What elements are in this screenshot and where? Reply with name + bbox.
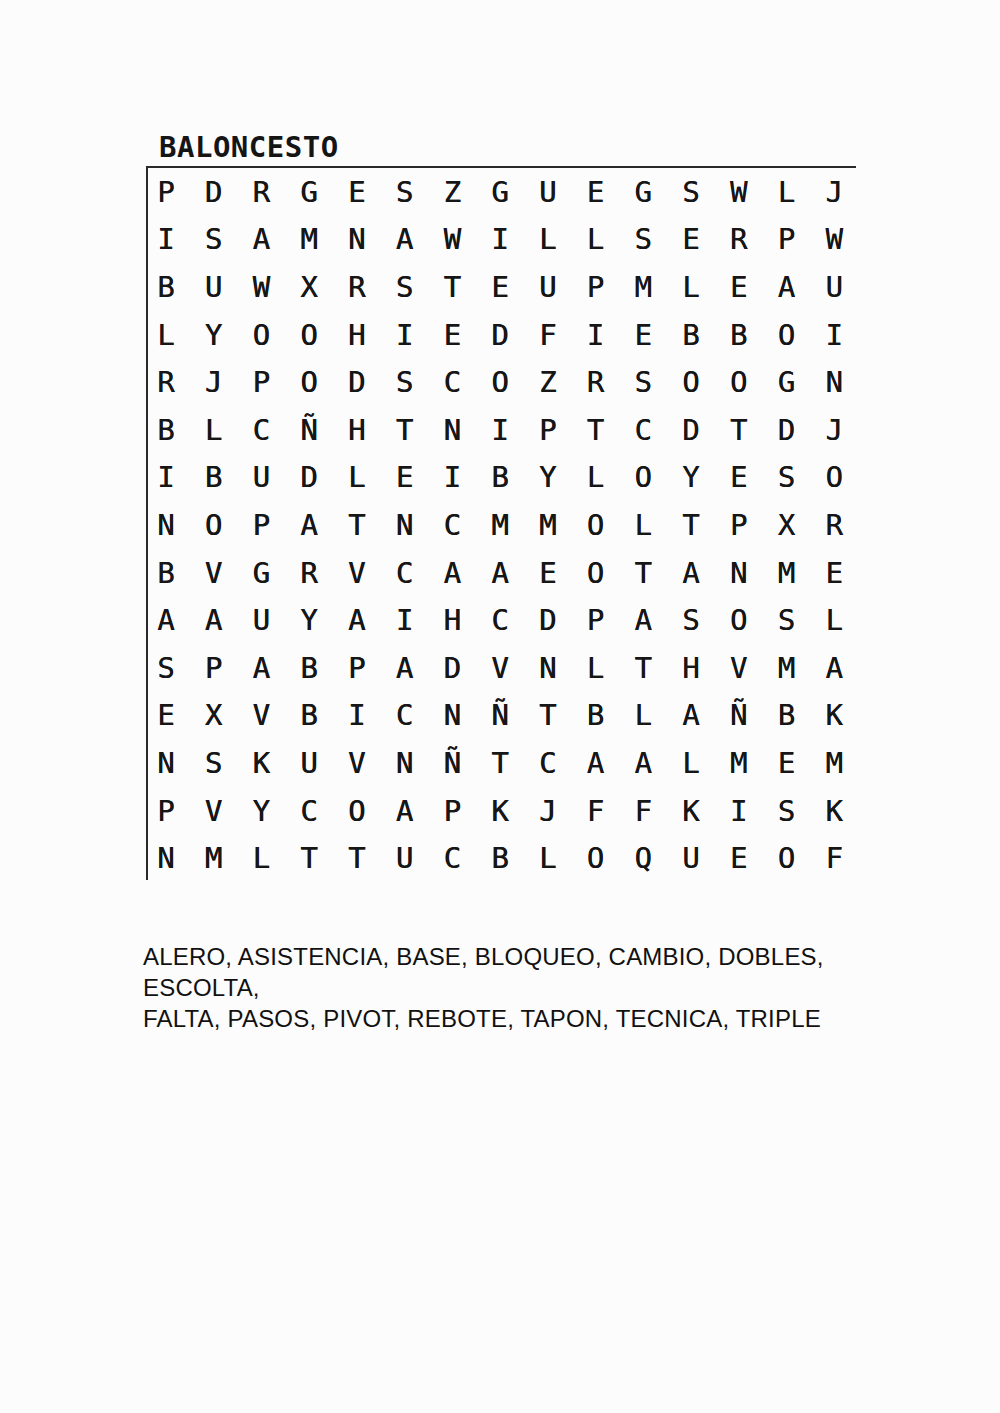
- grid-cell[interactable]: N: [142, 834, 190, 882]
- grid-cell[interactable]: H: [333, 311, 381, 359]
- grid-cell[interactable]: U: [237, 454, 285, 502]
- grid-cell[interactable]: L: [810, 596, 858, 644]
- grid-cell[interactable]: U: [190, 263, 238, 311]
- grid-cell[interactable]: R: [285, 549, 333, 597]
- grid-cell[interactable]: P: [333, 644, 381, 692]
- grid-cell[interactable]: O: [667, 358, 715, 406]
- grid-cell[interactable]: T: [572, 406, 620, 454]
- grid-cell[interactable]: D: [476, 311, 524, 359]
- grid-cell[interactable]: M: [524, 501, 572, 549]
- grid-cell[interactable]: M: [285, 216, 333, 264]
- grid-cell[interactable]: S: [667, 168, 715, 216]
- puzzle-title: BALONCESTO: [159, 130, 339, 164]
- grid-cell[interactable]: V: [190, 787, 238, 835]
- grid-cell[interactable]: L: [333, 454, 381, 502]
- grid-cell[interactable]: U: [810, 263, 858, 311]
- grid-cell[interactable]: S: [619, 216, 667, 264]
- grid-cell[interactable]: A: [667, 692, 715, 740]
- grid-cell[interactable]: T: [524, 692, 572, 740]
- grid-cell[interactable]: B: [142, 263, 190, 311]
- grid-cell[interactable]: V: [715, 644, 763, 692]
- grid-cell[interactable]: L: [619, 692, 667, 740]
- grid-cell[interactable]: T: [667, 501, 715, 549]
- grid-cell[interactable]: I: [476, 406, 524, 454]
- grid-cell[interactable]: E: [667, 216, 715, 264]
- grid-cell[interactable]: A: [237, 216, 285, 264]
- grid-cell[interactable]: O: [763, 311, 811, 359]
- grid-cell[interactable]: A: [333, 596, 381, 644]
- grid-cell[interactable]: U: [524, 168, 572, 216]
- grid-cell[interactable]: E: [333, 168, 381, 216]
- grid-cell[interactable]: I: [142, 454, 190, 502]
- grid-cell[interactable]: C: [428, 834, 476, 882]
- grid-cell[interactable]: C: [524, 739, 572, 787]
- grid-cell[interactable]: B: [285, 692, 333, 740]
- grid-cell[interactable]: G: [619, 168, 667, 216]
- grid-cell[interactable]: V: [476, 644, 524, 692]
- grid-cell[interactable]: E: [619, 311, 667, 359]
- grid-cell[interactable]: I: [381, 596, 429, 644]
- grid-cell[interactable]: D: [333, 358, 381, 406]
- grid-cell[interactable]: L: [572, 454, 620, 502]
- grid-cell[interactable]: L: [190, 406, 238, 454]
- grid-cell[interactable]: R: [572, 358, 620, 406]
- grid-cell[interactable]: S: [619, 358, 667, 406]
- grid-cell[interactable]: D: [190, 168, 238, 216]
- grid-cell[interactable]: H: [667, 644, 715, 692]
- grid-cell[interactable]: A: [237, 644, 285, 692]
- grid-cell[interactable]: E: [715, 454, 763, 502]
- grid-cell[interactable]: A: [381, 216, 429, 264]
- grid-cell[interactable]: T: [476, 739, 524, 787]
- grid-cell[interactable]: R: [715, 216, 763, 264]
- grid-cell[interactable]: U: [237, 596, 285, 644]
- grid-cell[interactable]: H: [428, 596, 476, 644]
- grid-cell[interactable]: A: [619, 739, 667, 787]
- grid-cell[interactable]: N: [381, 739, 429, 787]
- grid-cell[interactable]: W: [237, 263, 285, 311]
- grid-cell[interactable]: G: [763, 358, 811, 406]
- grid-cell[interactable]: T: [285, 834, 333, 882]
- grid-cell[interactable]: A: [667, 549, 715, 597]
- grid-cell[interactable]: O: [476, 358, 524, 406]
- grid-cell[interactable]: A: [142, 596, 190, 644]
- grid-cell[interactable]: W: [810, 216, 858, 264]
- grid-cell[interactable]: A: [190, 596, 238, 644]
- grid-cell[interactable]: B: [715, 311, 763, 359]
- grid-cell[interactable]: N: [715, 549, 763, 597]
- grid-cell[interactable]: O: [285, 311, 333, 359]
- word-list-line-2: FALTA, PASOS, PIVOT, REBOTE, TAPON, TECN…: [143, 1003, 883, 1034]
- grid-cell[interactable]: O: [572, 834, 620, 882]
- grid-cell[interactable]: I: [142, 216, 190, 264]
- grid-cell[interactable]: M: [810, 739, 858, 787]
- word-search-grid: PDRGESZGUEGSWLJISAMNAWILLSERPWBUWXRSTEUP…: [142, 168, 858, 882]
- grid-cell[interactable]: S: [763, 454, 811, 502]
- grid-cell[interactable]: D: [524, 596, 572, 644]
- grid-cell[interactable]: C: [381, 549, 429, 597]
- grid-cell[interactable]: Y: [190, 311, 238, 359]
- grid-cell[interactable]: E: [572, 168, 620, 216]
- grid-cell[interactable]: I: [428, 454, 476, 502]
- grid-cell[interactable]: K: [810, 787, 858, 835]
- grid-cell[interactable]: Y: [285, 596, 333, 644]
- grid-cell[interactable]: R: [810, 501, 858, 549]
- grid-cell[interactable]: A: [381, 644, 429, 692]
- grid-cell[interactable]: A: [428, 549, 476, 597]
- grid-cell[interactable]: U: [381, 834, 429, 882]
- grid-cell[interactable]: I: [333, 692, 381, 740]
- grid-cell[interactable]: X: [285, 263, 333, 311]
- grid-cell[interactable]: L: [524, 834, 572, 882]
- grid-cell[interactable]: J: [810, 406, 858, 454]
- grid-cell[interactable]: B: [142, 406, 190, 454]
- grid-cell[interactable]: K: [667, 787, 715, 835]
- grid-cell[interactable]: N: [381, 501, 429, 549]
- grid-cell[interactable]: U: [524, 263, 572, 311]
- grid-cell[interactable]: Ñ: [476, 692, 524, 740]
- grid-cell[interactable]: S: [381, 358, 429, 406]
- grid-cell[interactable]: N: [142, 739, 190, 787]
- grid-cell[interactable]: B: [572, 692, 620, 740]
- grid-cell[interactable]: C: [476, 596, 524, 644]
- grid-cell[interactable]: S: [667, 596, 715, 644]
- grid-cell[interactable]: P: [142, 168, 190, 216]
- grid-cell[interactable]: C: [381, 692, 429, 740]
- grid-cell[interactable]: O: [715, 596, 763, 644]
- grid-cell[interactable]: A: [476, 549, 524, 597]
- grid-cell[interactable]: N: [333, 216, 381, 264]
- grid-cell[interactable]: S: [190, 739, 238, 787]
- grid-cell[interactable]: Ñ: [428, 739, 476, 787]
- grid-cell[interactable]: T: [333, 834, 381, 882]
- grid-cell[interactable]: O: [572, 501, 620, 549]
- grid-cell[interactable]: T: [381, 406, 429, 454]
- grid-cell[interactable]: X: [190, 692, 238, 740]
- grid-cell[interactable]: D: [428, 644, 476, 692]
- grid-cell[interactable]: S: [190, 216, 238, 264]
- grid-cell[interactable]: V: [333, 739, 381, 787]
- grid-cell[interactable]: K: [810, 692, 858, 740]
- grid-cell[interactable]: F: [619, 787, 667, 835]
- grid-cell[interactable]: D: [667, 406, 715, 454]
- grid-cell[interactable]: S: [763, 596, 811, 644]
- grid-cell[interactable]: A: [572, 739, 620, 787]
- grid-cell[interactable]: X: [763, 501, 811, 549]
- grid-cell[interactable]: S: [142, 644, 190, 692]
- grid-cell[interactable]: A: [285, 501, 333, 549]
- grid-cell[interactable]: E: [476, 263, 524, 311]
- grid-cell[interactable]: A: [763, 263, 811, 311]
- grid-cell[interactable]: H: [333, 406, 381, 454]
- grid-cell[interactable]: P: [524, 406, 572, 454]
- grid-cell[interactable]: P: [572, 596, 620, 644]
- grid-cell[interactable]: P: [142, 787, 190, 835]
- grid-cell[interactable]: W: [428, 216, 476, 264]
- grid-cell[interactable]: W: [715, 168, 763, 216]
- grid-cell[interactable]: B: [763, 692, 811, 740]
- grid-cell[interactable]: K: [237, 739, 285, 787]
- grid-cell[interactable]: L: [524, 216, 572, 264]
- grid-cell[interactable]: I: [476, 216, 524, 264]
- grid-cell[interactable]: A: [810, 644, 858, 692]
- grid-cell[interactable]: L: [667, 739, 715, 787]
- grid-cell[interactable]: T: [619, 549, 667, 597]
- grid-cell[interactable]: M: [190, 834, 238, 882]
- grid-cell[interactable]: B: [476, 454, 524, 502]
- grid-cell[interactable]: M: [763, 549, 811, 597]
- grid-cell[interactable]: N: [810, 358, 858, 406]
- word-list-line-1: ALERO, ASISTENCIA, BASE, BLOQUEO, CAMBIO…: [143, 941, 883, 1003]
- grid-cell[interactable]: R: [333, 263, 381, 311]
- grid-cell[interactable]: E: [524, 549, 572, 597]
- grid-cell[interactable]: J: [810, 168, 858, 216]
- grid-cell[interactable]: B: [476, 834, 524, 882]
- grid-cell[interactable]: C: [237, 406, 285, 454]
- grid-cell[interactable]: G: [285, 168, 333, 216]
- grid-cell[interactable]: P: [237, 501, 285, 549]
- grid-cell[interactable]: V: [190, 549, 238, 597]
- grid-cell[interactable]: C: [428, 501, 476, 549]
- grid-cell[interactable]: E: [763, 739, 811, 787]
- grid-cell[interactable]: N: [142, 501, 190, 549]
- grid-cell[interactable]: L: [667, 263, 715, 311]
- grid-cell[interactable]: I: [572, 311, 620, 359]
- grid-cell[interactable]: M: [619, 263, 667, 311]
- grid-cell[interactable]: O: [619, 454, 667, 502]
- grid-cell[interactable]: E: [428, 311, 476, 359]
- grid-cell[interactable]: N: [428, 692, 476, 740]
- grid-cell[interactable]: E: [715, 834, 763, 882]
- grid-cell[interactable]: U: [667, 834, 715, 882]
- grid-cell[interactable]: A: [381, 787, 429, 835]
- grid-cell[interactable]: B: [667, 311, 715, 359]
- grid-cell[interactable]: S: [381, 168, 429, 216]
- grid-cell[interactable]: T: [619, 644, 667, 692]
- grid-cell[interactable]: T: [333, 501, 381, 549]
- grid-cell[interactable]: J: [524, 787, 572, 835]
- grid-cell[interactable]: V: [333, 549, 381, 597]
- grid-cell[interactable]: O: [285, 358, 333, 406]
- grid-cell[interactable]: M: [763, 644, 811, 692]
- grid-cell[interactable]: L: [572, 216, 620, 264]
- grid-cell[interactable]: V: [237, 692, 285, 740]
- grid-cell[interactable]: I: [810, 311, 858, 359]
- grid-cell[interactable]: N: [524, 644, 572, 692]
- grid-cell[interactable]: Y: [237, 787, 285, 835]
- grid-cell[interactable]: M: [476, 501, 524, 549]
- grid-cell[interactable]: G: [237, 549, 285, 597]
- grid-cell[interactable]: A: [619, 596, 667, 644]
- grid-cell[interactable]: U: [285, 739, 333, 787]
- grid-cell[interactable]: I: [381, 311, 429, 359]
- grid-cell[interactable]: C: [285, 787, 333, 835]
- worksheet-page: BALONCESTO PDRGESZGUEGSWLJISAMNAWILLSERP…: [0, 0, 1000, 1413]
- grid-cell[interactable]: S: [763, 787, 811, 835]
- grid-cell[interactable]: M: [715, 739, 763, 787]
- grid-cell[interactable]: O: [810, 454, 858, 502]
- grid-cell[interactable]: D: [285, 454, 333, 502]
- grid-cell[interactable]: C: [428, 358, 476, 406]
- grid-cell[interactable]: L: [142, 311, 190, 359]
- grid-cell[interactable]: L: [572, 644, 620, 692]
- grid-cell[interactable]: D: [763, 406, 811, 454]
- grid-cell[interactable]: C: [619, 406, 667, 454]
- grid-cell[interactable]: Ñ: [285, 406, 333, 454]
- grid-cell[interactable]: B: [285, 644, 333, 692]
- grid-cell[interactable]: O: [190, 501, 238, 549]
- grid-cell[interactable]: O: [333, 787, 381, 835]
- grid-cell[interactable]: Q: [619, 834, 667, 882]
- grid-cell[interactable]: T: [715, 406, 763, 454]
- grid-cell[interactable]: P: [572, 263, 620, 311]
- grid-cell[interactable]: P: [237, 358, 285, 406]
- grid-cell[interactable]: L: [237, 834, 285, 882]
- grid-cell[interactable]: L: [763, 168, 811, 216]
- grid-cell[interactable]: N: [428, 406, 476, 454]
- grid-cell[interactable]: P: [715, 501, 763, 549]
- grid-cell[interactable]: O: [763, 834, 811, 882]
- grid-cell[interactable]: Z: [524, 358, 572, 406]
- grid-cell[interactable]: F: [810, 834, 858, 882]
- grid-cell[interactable]: R: [142, 358, 190, 406]
- grid-cell[interactable]: Ñ: [715, 692, 763, 740]
- grid-cell[interactable]: L: [619, 501, 667, 549]
- grid-cell[interactable]: E: [715, 263, 763, 311]
- grid-cell[interactable]: F: [524, 311, 572, 359]
- grid-cell[interactable]: E: [810, 549, 858, 597]
- grid-cell[interactable]: J: [190, 358, 238, 406]
- grid-cell[interactable]: P: [763, 216, 811, 264]
- grid-cell[interactable]: Y: [667, 454, 715, 502]
- grid-cell[interactable]: I: [715, 787, 763, 835]
- word-list: ALERO, ASISTENCIA, BASE, BLOQUEO, CAMBIO…: [143, 941, 883, 1034]
- grid-cell[interactable]: R: [237, 168, 285, 216]
- grid-cell[interactable]: B: [142, 549, 190, 597]
- grid-cell[interactable]: O: [572, 549, 620, 597]
- grid-cell[interactable]: B: [190, 454, 238, 502]
- grid-cell[interactable]: P: [190, 644, 238, 692]
- grid-cell[interactable]: S: [381, 263, 429, 311]
- grid-cell[interactable]: K: [476, 787, 524, 835]
- grid-cell[interactable]: Y: [524, 454, 572, 502]
- grid-cell[interactable]: O: [715, 358, 763, 406]
- grid-cell[interactable]: G: [476, 168, 524, 216]
- grid-cell[interactable]: Z: [428, 168, 476, 216]
- grid-cell[interactable]: E: [381, 454, 429, 502]
- grid-cell[interactable]: P: [428, 787, 476, 835]
- grid-cell[interactable]: F: [572, 787, 620, 835]
- grid-cell[interactable]: E: [142, 692, 190, 740]
- grid-cell[interactable]: O: [237, 311, 285, 359]
- grid-cell[interactable]: T: [428, 263, 476, 311]
